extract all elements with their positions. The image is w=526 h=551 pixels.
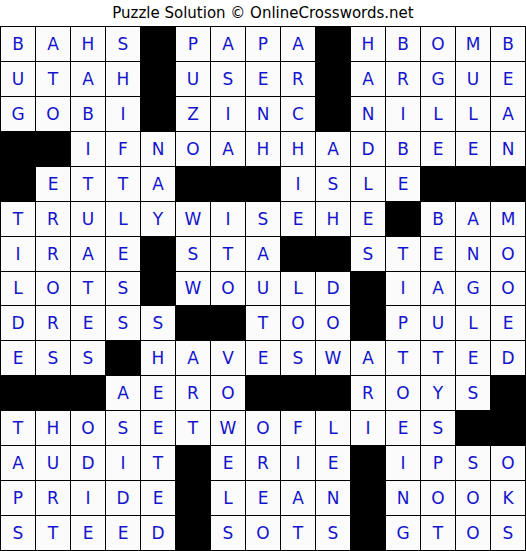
letter-cell: S — [456, 446, 490, 480]
letter-cell: H — [141, 341, 175, 375]
black-cell — [456, 411, 490, 445]
letter-cell: R — [386, 62, 420, 96]
letter-cell: E — [71, 306, 105, 340]
letter-cell: L — [316, 411, 350, 445]
letter-cell: T — [36, 516, 70, 550]
black-cell — [316, 97, 350, 131]
letter-cell: B — [491, 27, 525, 61]
letter-cell: O — [176, 132, 210, 166]
letter-cell: L — [211, 481, 245, 515]
black-cell — [1, 132, 35, 166]
black-cell — [176, 446, 210, 480]
letter-cell: S — [351, 237, 385, 271]
letter-cell: R — [351, 376, 385, 410]
letter-cell: B — [386, 132, 420, 166]
letter-cell: Y — [421, 376, 455, 410]
letter-cell: E — [421, 132, 455, 166]
black-cell — [36, 376, 70, 410]
letter-cell: R — [281, 62, 315, 96]
black-cell — [491, 376, 525, 410]
letter-cell: T — [1, 202, 35, 236]
letter-cell: E — [316, 446, 350, 480]
letter-cell: O — [491, 272, 525, 306]
letter-cell: O — [246, 411, 280, 445]
letter-cell: H — [71, 27, 105, 61]
letter-cell: I — [1, 237, 35, 271]
letter-cell: R — [36, 481, 70, 515]
letter-cell: L — [281, 272, 315, 306]
black-cell — [141, 237, 175, 271]
letter-cell: S — [141, 306, 175, 340]
black-cell — [211, 167, 245, 201]
letter-cell: S — [316, 167, 350, 201]
black-cell — [316, 27, 350, 61]
letter-cell: D — [316, 272, 350, 306]
letter-cell: R — [36, 306, 70, 340]
letter-cell: E — [246, 62, 280, 96]
letter-cell: A — [176, 341, 210, 375]
letter-cell: E — [141, 411, 175, 445]
black-cell — [106, 341, 140, 375]
letter-cell: S — [1, 516, 35, 550]
letter-cell: U — [71, 202, 105, 236]
letter-cell: E — [36, 167, 70, 201]
letter-cell: E — [281, 202, 315, 236]
letter-cell: T — [386, 237, 420, 271]
letter-cell: T — [386, 341, 420, 375]
black-cell — [351, 306, 385, 340]
letter-cell: O — [36, 272, 70, 306]
letter-cell: D — [106, 481, 140, 515]
letter-cell: G — [421, 62, 455, 96]
letter-cell: Y — [141, 202, 175, 236]
black-cell — [176, 167, 210, 201]
letter-cell: B — [71, 97, 105, 131]
black-cell — [316, 376, 350, 410]
letter-cell: I — [106, 446, 140, 480]
letter-cell: M — [491, 202, 525, 236]
letter-cell: R — [176, 376, 210, 410]
black-cell — [351, 516, 385, 550]
black-cell — [281, 237, 315, 271]
letter-cell: W — [176, 272, 210, 306]
letter-cell: N — [491, 132, 525, 166]
letter-cell: U — [36, 446, 70, 480]
letter-cell: A — [211, 132, 245, 166]
letter-cell: K — [491, 481, 525, 515]
letter-cell: I — [281, 167, 315, 201]
letter-cell: I — [211, 97, 245, 131]
letter-cell: A — [421, 272, 455, 306]
letter-cell: F — [281, 411, 315, 445]
letter-cell: P — [421, 446, 455, 480]
letter-cell: E — [211, 446, 245, 480]
letter-cell: S — [106, 306, 140, 340]
black-cell — [211, 306, 245, 340]
letter-cell: A — [281, 27, 315, 61]
letter-cell: N — [246, 97, 280, 131]
letter-cell: H — [36, 411, 70, 445]
letter-cell: T — [281, 516, 315, 550]
letter-cell: D — [491, 341, 525, 375]
letter-cell: U — [456, 62, 490, 96]
letter-cell: T — [211, 237, 245, 271]
black-cell — [316, 237, 350, 271]
black-cell — [1, 376, 35, 410]
letter-cell: T — [421, 516, 455, 550]
letter-cell: E — [421, 237, 455, 271]
black-cell — [141, 272, 175, 306]
black-cell — [386, 202, 420, 236]
letter-cell: I — [386, 446, 420, 480]
letter-cell: I — [386, 97, 420, 131]
letter-cell: O — [386, 376, 420, 410]
letter-cell: A — [246, 237, 280, 271]
letter-cell: T — [246, 306, 280, 340]
letter-cell: P — [246, 27, 280, 61]
letter-cell: N — [141, 132, 175, 166]
letter-cell: R — [36, 237, 70, 271]
letter-cell: O — [491, 237, 525, 271]
letter-cell: M — [456, 27, 490, 61]
letter-cell: Z — [176, 97, 210, 131]
letter-cell: T — [106, 167, 140, 201]
letter-cell: O — [456, 481, 490, 515]
letter-cell: A — [36, 27, 70, 61]
black-cell — [176, 306, 210, 340]
letter-cell: U — [421, 306, 455, 340]
letter-cell: O — [36, 97, 70, 131]
letter-cell: L — [456, 306, 490, 340]
puzzle-solution-page: Puzzle Solution © OnlineCrosswords.net B… — [0, 0, 526, 551]
black-cell — [351, 272, 385, 306]
letter-cell: S — [211, 516, 245, 550]
letter-cell: G — [386, 516, 420, 550]
letter-cell: I — [71, 481, 105, 515]
letter-cell: S — [36, 341, 70, 375]
letter-cell: L — [106, 202, 140, 236]
letter-cell: H — [316, 202, 350, 236]
letter-cell: A — [456, 202, 490, 236]
letter-cell: C — [281, 97, 315, 131]
letter-cell: S — [106, 411, 140, 445]
letter-cell: T — [1, 411, 35, 445]
letter-cell: N — [351, 97, 385, 131]
letter-cell: H — [281, 132, 315, 166]
letter-cell: L — [456, 97, 490, 131]
letter-cell: H — [246, 132, 280, 166]
letter-cell: E — [456, 132, 490, 166]
letter-cell: E — [386, 411, 420, 445]
letter-cell: T — [36, 62, 70, 96]
letter-cell: U — [1, 62, 35, 96]
letter-cell: A — [71, 62, 105, 96]
letter-cell: E — [246, 481, 280, 515]
black-cell — [246, 376, 280, 410]
letter-cell: T — [421, 341, 455, 375]
letter-cell: P — [1, 481, 35, 515]
letter-cell: P — [176, 27, 210, 61]
letter-cell: I — [281, 446, 315, 480]
black-cell — [246, 167, 280, 201]
letter-cell: U — [176, 62, 210, 96]
letter-cell: B — [421, 202, 455, 236]
letter-cell: E — [491, 306, 525, 340]
letter-cell: A — [281, 481, 315, 515]
letter-cell: L — [351, 167, 385, 201]
letter-cell: O — [456, 516, 490, 550]
letter-cell: B — [1, 27, 35, 61]
letter-cell: T — [176, 411, 210, 445]
letter-cell: E — [141, 376, 175, 410]
letter-cell: R — [246, 446, 280, 480]
letter-cell: S — [246, 202, 280, 236]
letter-cell: O — [491, 446, 525, 480]
letter-cell: E — [351, 202, 385, 236]
letter-cell: S — [491, 516, 525, 550]
black-cell — [141, 27, 175, 61]
letter-cell: I — [71, 132, 105, 166]
letter-cell: S — [211, 62, 245, 96]
letter-cell: O — [421, 481, 455, 515]
letter-cell: A — [1, 446, 35, 480]
letter-cell: S — [316, 516, 350, 550]
letter-cell: A — [351, 341, 385, 375]
black-cell — [1, 167, 35, 201]
letter-cell: I — [351, 411, 385, 445]
letter-cell: W — [316, 341, 350, 375]
letter-cell: D — [351, 132, 385, 166]
letter-cell: S — [456, 376, 490, 410]
letter-cell: W — [211, 411, 245, 445]
letter-cell: S — [71, 341, 105, 375]
letter-cell: D — [141, 516, 175, 550]
black-cell — [141, 97, 175, 131]
black-cell — [176, 516, 210, 550]
letter-cell: G — [456, 272, 490, 306]
black-cell — [316, 62, 350, 96]
letter-cell: T — [71, 167, 105, 201]
black-cell — [456, 167, 490, 201]
letter-cell: D — [71, 446, 105, 480]
black-cell — [176, 481, 210, 515]
letter-cell: D — [1, 306, 35, 340]
letter-cell: H — [351, 27, 385, 61]
letter-cell: A — [316, 132, 350, 166]
page-title: Puzzle Solution © OnlineCrosswords.net — [0, 0, 526, 26]
letter-cell: E — [141, 481, 175, 515]
letter-cell: G — [1, 97, 35, 131]
letter-cell: O — [211, 376, 245, 410]
letter-cell: E — [246, 341, 280, 375]
letter-cell: E — [491, 62, 525, 96]
letter-cell: E — [106, 516, 140, 550]
letter-cell: V — [211, 341, 245, 375]
letter-cell: S — [106, 27, 140, 61]
letter-cell: E — [1, 341, 35, 375]
letter-cell: E — [71, 516, 105, 550]
letter-cell: L — [421, 97, 455, 131]
letter-cell: O — [71, 411, 105, 445]
letter-cell: W — [176, 202, 210, 236]
letter-cell: O — [281, 306, 315, 340]
black-cell — [141, 62, 175, 96]
letter-cell: N — [316, 481, 350, 515]
black-cell — [491, 167, 525, 201]
letter-cell: N — [386, 481, 420, 515]
black-cell — [421, 167, 455, 201]
letter-cell: A — [71, 237, 105, 271]
letter-cell: S — [421, 411, 455, 445]
letter-cell: A — [141, 167, 175, 201]
letter-cell: N — [456, 237, 490, 271]
letter-cell: F — [106, 132, 140, 166]
letter-cell: T — [71, 272, 105, 306]
crossword-grid: BAHSPAPAHBOMBUTAHUSERARGUEGOBIZINCNILLAI… — [0, 26, 526, 551]
letter-cell: O — [421, 27, 455, 61]
letter-cell: P — [386, 306, 420, 340]
black-cell — [36, 132, 70, 166]
letter-cell: A — [211, 27, 245, 61]
black-cell — [71, 376, 105, 410]
letter-cell: S — [281, 341, 315, 375]
letter-cell: U — [246, 272, 280, 306]
letter-cell: E — [386, 167, 420, 201]
letter-cell: E — [106, 237, 140, 271]
letter-cell: O — [316, 306, 350, 340]
letter-cell: R — [36, 202, 70, 236]
letter-cell: T — [141, 446, 175, 480]
letter-cell: A — [106, 376, 140, 410]
letter-cell: O — [211, 272, 245, 306]
letter-cell: I — [106, 97, 140, 131]
letter-cell: B — [386, 27, 420, 61]
letter-cell: S — [106, 272, 140, 306]
letter-cell: H — [106, 62, 140, 96]
black-cell — [351, 446, 385, 480]
letter-cell: A — [491, 97, 525, 131]
letter-cell: E — [456, 341, 490, 375]
black-cell — [281, 376, 315, 410]
black-cell — [351, 481, 385, 515]
letter-cell: L — [1, 272, 35, 306]
letter-cell: S — [176, 237, 210, 271]
letter-cell: A — [351, 62, 385, 96]
letter-cell: I — [211, 202, 245, 236]
black-cell — [491, 411, 525, 445]
letter-cell: I — [386, 272, 420, 306]
letter-cell: O — [246, 516, 280, 550]
